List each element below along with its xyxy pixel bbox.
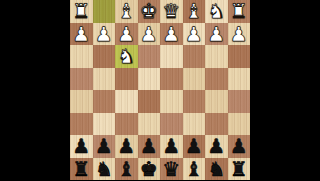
square-h2[interactable]: ♟ <box>70 23 93 46</box>
square-g1[interactable] <box>93 0 116 23</box>
black-rook: ♜ <box>72 158 90 181</box>
square-e7[interactable]: ♟ <box>138 135 161 158</box>
black-pawn: ♟ <box>140 135 158 158</box>
square-c8[interactable]: ♝ <box>183 158 206 181</box>
square-e4[interactable] <box>138 68 161 91</box>
white-pawn: ♟ <box>230 23 248 46</box>
white-rook: ♜ <box>230 0 248 23</box>
black-bishop: ♝ <box>117 158 135 181</box>
square-d1[interactable]: ♛ <box>160 0 183 23</box>
white-pawn: ♟ <box>162 23 180 46</box>
square-b2[interactable]: ♟ <box>205 23 228 46</box>
black-queen: ♛ <box>162 158 180 181</box>
square-d4[interactable] <box>160 68 183 91</box>
white-pawn: ♟ <box>185 23 203 46</box>
square-c1[interactable]: ♝ <box>183 0 206 23</box>
square-g5[interactable] <box>93 90 116 113</box>
square-f7[interactable]: ♟ <box>115 135 138 158</box>
square-e5[interactable] <box>138 90 161 113</box>
square-b5[interactable] <box>205 90 228 113</box>
white-bishop: ♝ <box>185 0 203 23</box>
square-a7[interactable]: ♟ <box>228 135 251 158</box>
square-g7[interactable]: ♟ <box>93 135 116 158</box>
black-pawn: ♟ <box>230 135 248 158</box>
square-a8[interactable]: ♜ <box>228 158 251 181</box>
square-d3[interactable] <box>160 45 183 68</box>
square-f6[interactable] <box>115 113 138 136</box>
chess-app-stage: ♜♝♚♛♝♞♜♟♟♟♟♟♟♟♟♞♟♟♟♟♟♟♟♟♜♞♝♚♛♝♞♜ <box>0 0 320 180</box>
square-d2[interactable]: ♟ <box>160 23 183 46</box>
white-pawn: ♟ <box>72 23 90 46</box>
square-a2[interactable]: ♟ <box>228 23 251 46</box>
square-f5[interactable] <box>115 90 138 113</box>
square-h3[interactable] <box>70 45 93 68</box>
square-e2[interactable]: ♟ <box>138 23 161 46</box>
square-h7[interactable]: ♟ <box>70 135 93 158</box>
white-pawn: ♟ <box>95 23 113 46</box>
square-b3[interactable] <box>205 45 228 68</box>
square-b7[interactable]: ♟ <box>205 135 228 158</box>
black-knight: ♞ <box>207 158 225 181</box>
square-a1[interactable]: ♜ <box>228 0 251 23</box>
white-queen: ♛ <box>162 0 180 23</box>
square-a6[interactable] <box>228 113 251 136</box>
black-pawn: ♟ <box>162 135 180 158</box>
white-knight: ♞ <box>207 0 225 23</box>
square-e1[interactable]: ♚ <box>138 0 161 23</box>
black-knight: ♞ <box>95 158 113 181</box>
square-d6[interactable] <box>160 113 183 136</box>
white-rook: ♜ <box>72 0 90 23</box>
square-b1[interactable]: ♞ <box>205 0 228 23</box>
white-bishop: ♝ <box>117 0 135 23</box>
square-c3[interactable] <box>183 45 206 68</box>
black-pawn: ♟ <box>117 135 135 158</box>
square-f8[interactable]: ♝ <box>115 158 138 181</box>
square-h8[interactable]: ♜ <box>70 158 93 181</box>
chess-board: ♜♝♚♛♝♞♜♟♟♟♟♟♟♟♟♞♟♟♟♟♟♟♟♟♜♞♝♚♛♝♞♜ <box>70 0 250 180</box>
white-king: ♚ <box>140 0 158 23</box>
square-f2[interactable]: ♟ <box>115 23 138 46</box>
black-bishop: ♝ <box>185 158 203 181</box>
square-g2[interactable]: ♟ <box>93 23 116 46</box>
square-g4[interactable] <box>93 68 116 91</box>
square-a3[interactable] <box>228 45 251 68</box>
black-king: ♚ <box>140 158 158 181</box>
white-pawn: ♟ <box>140 23 158 46</box>
black-pawn: ♟ <box>95 135 113 158</box>
square-g3[interactable] <box>93 45 116 68</box>
black-rook: ♜ <box>230 158 248 181</box>
white-pawn: ♟ <box>207 23 225 46</box>
square-e6[interactable] <box>138 113 161 136</box>
black-pawn: ♟ <box>185 135 203 158</box>
square-e3[interactable] <box>138 45 161 68</box>
square-a4[interactable] <box>228 68 251 91</box>
white-knight: ♞ <box>117 45 135 68</box>
square-a5[interactable] <box>228 90 251 113</box>
black-pawn: ♟ <box>72 135 90 158</box>
square-h1[interactable]: ♜ <box>70 0 93 23</box>
square-g8[interactable]: ♞ <box>93 158 116 181</box>
square-b8[interactable]: ♞ <box>205 158 228 181</box>
letterbox-left <box>0 0 70 180</box>
square-c2[interactable]: ♟ <box>183 23 206 46</box>
black-pawn: ♟ <box>207 135 225 158</box>
square-e8[interactable]: ♚ <box>138 158 161 181</box>
square-c4[interactable] <box>183 68 206 91</box>
square-f1[interactable]: ♝ <box>115 0 138 23</box>
square-d8[interactable]: ♛ <box>160 158 183 181</box>
square-h6[interactable] <box>70 113 93 136</box>
square-d7[interactable]: ♟ <box>160 135 183 158</box>
square-b6[interactable] <box>205 113 228 136</box>
square-c7[interactable]: ♟ <box>183 135 206 158</box>
square-g6[interactable] <box>93 113 116 136</box>
square-f4[interactable] <box>115 68 138 91</box>
square-f3[interactable]: ♞ <box>115 45 138 68</box>
square-b4[interactable] <box>205 68 228 91</box>
square-c5[interactable] <box>183 90 206 113</box>
white-pawn: ♟ <box>117 23 135 46</box>
square-h5[interactable] <box>70 90 93 113</box>
letterbox-right <box>250 0 320 180</box>
square-d5[interactable] <box>160 90 183 113</box>
square-c6[interactable] <box>183 113 206 136</box>
square-h4[interactable] <box>70 68 93 91</box>
